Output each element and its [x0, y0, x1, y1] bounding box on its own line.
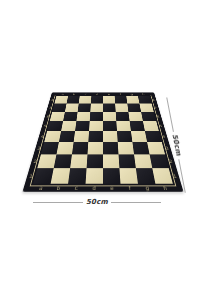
square-f7	[115, 104, 128, 112]
square-f4	[117, 131, 132, 142]
square-e6	[103, 112, 116, 121]
coord-label: c	[80, 92, 92, 95]
coord-label: 7	[152, 104, 160, 112]
square-b3	[56, 142, 73, 154]
square-e2	[103, 154, 119, 168]
square-c2	[70, 154, 87, 168]
coord-label: c	[67, 184, 86, 192]
square-d2	[87, 154, 103, 168]
square-b1	[51, 168, 71, 184]
square-f2	[119, 154, 136, 168]
coord-label: g	[126, 92, 138, 95]
coord-label: b	[68, 92, 80, 95]
square-b2	[54, 154, 72, 168]
file-labels-bottom: abcdefgh	[31, 184, 175, 192]
square-d6	[90, 112, 103, 121]
square-d5	[89, 121, 103, 131]
square-c8	[79, 96, 92, 104]
square-f8	[115, 96, 128, 104]
board-grid	[33, 96, 173, 184]
square-d7	[90, 104, 103, 112]
square-d3	[87, 142, 103, 154]
square-e4	[103, 131, 118, 142]
square-d1	[86, 168, 103, 184]
square-f1	[119, 168, 137, 184]
square-f6	[116, 112, 130, 121]
coord-label: h	[137, 92, 149, 95]
coord-label: e	[103, 92, 115, 95]
square-e1	[103, 168, 120, 184]
coord-label: e	[103, 184, 121, 192]
square-c4	[74, 131, 89, 142]
coord-label: h	[155, 184, 175, 192]
square-d8	[91, 96, 103, 104]
square-e8	[103, 96, 115, 104]
chessboard: abcdefgh abcdefgh 87654321 87654321	[22, 92, 183, 191]
coord-label: d	[91, 92, 103, 95]
coord-label: 8	[150, 96, 158, 104]
square-e7	[103, 104, 116, 112]
coord-label: g	[138, 184, 157, 192]
coord-label: a	[56, 92, 68, 95]
square-c7	[78, 104, 91, 112]
coord-label: b	[49, 184, 68, 192]
square-b4	[59, 131, 75, 142]
coord-label: f	[114, 92, 126, 95]
square-e5	[103, 121, 117, 131]
coord-label: d	[85, 184, 103, 192]
coord-label: a	[31, 184, 51, 192]
square-f3	[118, 142, 134, 154]
square-c5	[75, 121, 90, 131]
square-c6	[76, 112, 90, 121]
coord-label: 5	[156, 121, 165, 131]
square-c1	[68, 168, 86, 184]
coord-label: 6	[154, 112, 163, 121]
coord-label: f	[120, 184, 139, 192]
file-labels-top: abcdefgh	[56, 92, 149, 95]
square-d4	[88, 131, 103, 142]
product-image: abcdefgh abcdefgh 87654321 87654321 50cm…	[0, 0, 200, 300]
square-e3	[103, 142, 119, 154]
square-b5	[61, 121, 76, 131]
square-b6	[63, 112, 78, 121]
width-dimension: 50cm	[33, 197, 161, 207]
width-dimension-label: 50cm	[83, 198, 111, 206]
square-f5	[116, 121, 131, 131]
square-b7	[65, 104, 79, 112]
square-c3	[72, 142, 88, 154]
